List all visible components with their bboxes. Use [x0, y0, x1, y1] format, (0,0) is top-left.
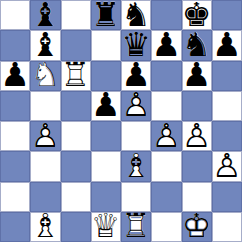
square-e7[interactable]: ♕♛: [121, 30, 151, 60]
white-pawn[interactable]: ♟♙: [182, 121, 212, 151]
square-g3[interactable]: [182, 151, 212, 181]
black-rook-icon-detail: ♜: [91, 0, 121, 29]
black-knight[interactable]: ♘♞: [182, 30, 212, 60]
black-rook[interactable]: ♖♜: [91, 0, 121, 30]
black-pawn-icon: ♙: [151, 29, 181, 59]
black-pawn-icon-detail: ♟: [91, 90, 121, 120]
white-queen[interactable]: ♛♕: [91, 212, 121, 242]
square-a1[interactable]: [0, 212, 30, 242]
white-pawn-icon: ♟: [182, 120, 212, 150]
white-pawn-icon: ♟: [121, 90, 151, 120]
square-c6[interactable]: ♜♖: [61, 61, 91, 91]
white-queen-icon: ♛: [91, 211, 121, 241]
white-pawn-icon-detail: ♙: [182, 120, 212, 150]
square-h6[interactable]: [212, 61, 242, 91]
white-pawn[interactable]: ♟♙: [212, 151, 242, 181]
white-pawn[interactable]: ♟♙: [151, 121, 181, 151]
white-king-icon: ♚: [182, 211, 212, 241]
white-bishop-icon: ♝: [121, 150, 151, 180]
square-f6[interactable]: [151, 61, 181, 91]
white-pawn-icon-detail: ♙: [30, 120, 60, 150]
square-g2[interactable]: [182, 182, 212, 212]
black-pawn-icon: ♙: [0, 60, 30, 90]
square-b4[interactable]: ♟♙: [30, 121, 60, 151]
black-bishop[interactable]: ♗♝: [30, 30, 60, 60]
black-pawn[interactable]: ♙♟: [121, 61, 151, 91]
black-king[interactable]: ♔♚: [182, 0, 212, 30]
black-pawn-icon-detail: ♟: [212, 29, 242, 59]
square-d2[interactable]: [91, 182, 121, 212]
white-knight[interactable]: ♞♘: [30, 61, 60, 91]
square-f7[interactable]: ♙♟: [151, 30, 181, 60]
square-d4[interactable]: [91, 121, 121, 151]
black-pawn-icon-detail: ♟: [182, 60, 212, 90]
black-bishop[interactable]: ♗♝: [30, 0, 60, 30]
square-f2[interactable]: [151, 182, 181, 212]
square-d6[interactable]: [91, 61, 121, 91]
black-bishop-icon: ♗: [30, 29, 60, 59]
square-a8[interactable]: [0, 0, 30, 30]
white-pawn-icon: ♟: [212, 150, 242, 180]
square-c7[interactable]: [61, 30, 91, 60]
square-e8[interactable]: ♘♞: [121, 0, 151, 30]
white-pawn[interactable]: ♟♙: [30, 121, 60, 151]
square-e4[interactable]: [121, 121, 151, 151]
square-f1[interactable]: [151, 212, 181, 242]
black-knight-icon: ♘: [121, 0, 151, 29]
square-f8[interactable]: [151, 0, 181, 30]
black-pawn-icon-detail: ♟: [151, 29, 181, 59]
black-pawn[interactable]: ♙♟: [182, 61, 212, 91]
square-d8[interactable]: ♖♜: [91, 0, 121, 30]
square-a4[interactable]: [0, 121, 30, 151]
square-b7[interactable]: ♗♝: [30, 30, 60, 60]
square-a5[interactable]: [0, 91, 30, 121]
white-rook[interactable]: ♜♖: [61, 61, 91, 91]
black-queen-icon: ♕: [121, 29, 151, 59]
black-rook-icon: ♖: [91, 0, 121, 29]
square-h2[interactable]: [212, 182, 242, 212]
square-a3[interactable]: [0, 151, 30, 181]
square-f4[interactable]: ♟♙: [151, 121, 181, 151]
square-e5[interactable]: ♟♙: [121, 91, 151, 121]
white-bishop-icon-detail: ♗: [30, 211, 60, 241]
square-a7[interactable]: [0, 30, 30, 60]
square-c4[interactable]: [61, 121, 91, 151]
white-rook[interactable]: ♜♖: [121, 212, 151, 242]
square-a6[interactable]: ♙♟: [0, 61, 30, 91]
white-pawn-icon: ♟: [151, 120, 181, 150]
white-king-icon-detail: ♔: [182, 211, 212, 241]
black-pawn-icon-detail: ♟: [121, 60, 151, 90]
white-bishop[interactable]: ♝♗: [121, 151, 151, 181]
square-b3[interactable]: [30, 151, 60, 181]
black-pawn[interactable]: ♙♟: [212, 30, 242, 60]
square-g6[interactable]: ♙♟: [182, 61, 212, 91]
black-queen-icon-detail: ♛: [121, 29, 151, 59]
white-bishop-icon: ♝: [30, 211, 60, 241]
white-rook-icon: ♜: [61, 60, 91, 90]
square-h5[interactable]: [212, 91, 242, 121]
square-b1[interactable]: ♝♗: [30, 212, 60, 242]
white-knight-icon-detail: ♘: [30, 60, 60, 90]
white-pawn-icon-detail: ♙: [151, 120, 181, 150]
square-b2[interactable]: [30, 182, 60, 212]
square-h4[interactable]: [212, 121, 242, 151]
square-h1[interactable]: [212, 212, 242, 242]
chess-board: ♗♝♖♜♘♞♔♚♗♝♕♛♙♟♘♞♙♟♙♟♞♘♜♖♙♟♙♟♙♟♟♙♟♙♟♙♟♙♝♗…: [0, 0, 242, 242]
square-d1[interactable]: ♛♕: [91, 212, 121, 242]
square-e2[interactable]: [121, 182, 151, 212]
white-rook-icon-detail: ♖: [61, 60, 91, 90]
square-d7[interactable]: [91, 30, 121, 60]
black-knight[interactable]: ♘♞: [121, 0, 151, 30]
white-pawn-icon-detail: ♙: [121, 90, 151, 120]
white-king[interactable]: ♚♔: [182, 212, 212, 242]
square-d5[interactable]: ♙♟: [91, 91, 121, 121]
black-pawn-icon: ♙: [121, 60, 151, 90]
black-king-icon-detail: ♚: [182, 0, 212, 29]
square-h7[interactable]: ♙♟: [212, 30, 242, 60]
square-d3[interactable]: [91, 151, 121, 181]
black-bishop-icon-detail: ♝: [30, 29, 60, 59]
white-pawn-icon-detail: ♙: [212, 150, 242, 180]
square-b5[interactable]: [30, 91, 60, 121]
square-e1[interactable]: ♜♖: [121, 212, 151, 242]
white-bishop-icon-detail: ♗: [121, 150, 151, 180]
white-rook-icon-detail: ♖: [121, 211, 151, 241]
square-g4[interactable]: ♟♙: [182, 121, 212, 151]
square-h8[interactable]: [212, 0, 242, 30]
black-pawn[interactable]: ♙♟: [91, 91, 121, 121]
square-f3[interactable]: [151, 151, 181, 181]
black-knight-icon: ♘: [182, 29, 212, 59]
black-pawn-icon: ♙: [182, 60, 212, 90]
black-queen[interactable]: ♕♛: [121, 30, 151, 60]
square-f5[interactable]: [151, 91, 181, 121]
square-c2[interactable]: [61, 182, 91, 212]
white-rook-icon: ♜: [121, 211, 151, 241]
black-bishop-icon: ♗: [30, 0, 60, 29]
square-b6[interactable]: ♞♘: [30, 61, 60, 91]
white-pawn-icon: ♟: [30, 120, 60, 150]
black-pawn[interactable]: ♙♟: [151, 30, 181, 60]
white-pawn[interactable]: ♟♙: [121, 91, 151, 121]
square-g7[interactable]: ♘♞: [182, 30, 212, 60]
square-c3[interactable]: [61, 151, 91, 181]
black-king-icon: ♔: [182, 0, 212, 29]
square-e6[interactable]: ♙♟: [121, 61, 151, 91]
black-pawn-icon: ♙: [91, 90, 121, 120]
black-knight-icon-detail: ♞: [182, 29, 212, 59]
black-pawn-icon-detail: ♟: [0, 60, 30, 90]
black-pawn[interactable]: ♙♟: [0, 61, 30, 91]
black-pawn-icon: ♙: [212, 29, 242, 59]
black-bishop-icon-detail: ♝: [30, 0, 60, 29]
square-c5[interactable]: [61, 91, 91, 121]
square-c8[interactable]: [61, 0, 91, 30]
square-e3[interactable]: ♝♗: [121, 151, 151, 181]
square-g5[interactable]: [182, 91, 212, 121]
white-bishop[interactable]: ♝♗: [30, 212, 60, 242]
square-h3[interactable]: ♟♙: [212, 151, 242, 181]
square-a2[interactable]: [0, 182, 30, 212]
square-g8[interactable]: ♔♚: [182, 0, 212, 30]
black-knight-icon-detail: ♞: [121, 0, 151, 29]
white-queen-icon-detail: ♕: [91, 211, 121, 241]
square-b8[interactable]: ♗♝: [30, 0, 60, 30]
white-knight-icon: ♞: [30, 60, 60, 90]
square-c1[interactable]: [61, 212, 91, 242]
square-g1[interactable]: ♚♔: [182, 212, 212, 242]
